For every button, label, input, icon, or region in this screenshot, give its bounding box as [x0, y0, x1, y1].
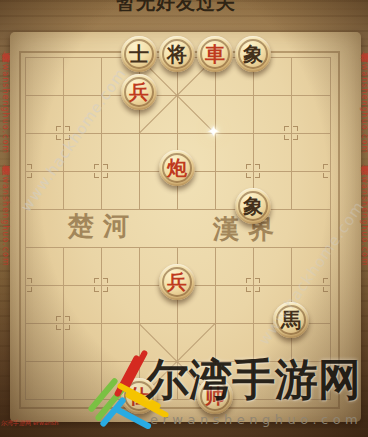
position-marker — [246, 278, 260, 292]
position-marker — [246, 164, 260, 178]
logo-stripe-blue — [114, 406, 152, 430]
piece-black-象[interactable]: 象 — [235, 36, 271, 72]
page-title: 暂无好友过关 — [0, 0, 352, 12]
position-marker — [323, 278, 337, 292]
sparkle-effect: ✦ — [207, 124, 220, 140]
position-marker — [284, 126, 298, 140]
position-marker — [94, 278, 108, 292]
grid-line — [25, 247, 331, 248]
position-marker — [18, 164, 32, 178]
game-screen: 暂无好友过关 楚河 漢界 士将車象兵炮象兵馬仕帅 ✦ www.hackhome.… — [0, 0, 368, 437]
watermark-site-domain: erwanshenghuo.com — [150, 412, 362, 427]
piece-red-兵[interactable]: 兵 — [159, 264, 195, 300]
watermark-corner: 尔湾手游网 erwanshenghuo.com 尔湾手游网 erwansheng… — [1, 419, 59, 426]
watermark-site-name: 尔湾手游网 — [146, 358, 368, 401]
piece-black-士[interactable]: 士 — [121, 36, 157, 72]
position-marker — [18, 278, 32, 292]
grid-line — [177, 57, 178, 209]
river-label-left: 楚河 — [68, 209, 138, 244]
position-marker — [56, 316, 70, 330]
piece-red-車[interactable]: 車 — [197, 36, 233, 72]
grid-line — [101, 57, 102, 209]
piece-black-象[interactable]: 象 — [235, 188, 271, 224]
position-marker — [323, 164, 337, 178]
position-marker — [94, 164, 108, 178]
piece-red-炮[interactable]: 炮 — [159, 150, 195, 186]
piece-black-将[interactable]: 将 — [159, 36, 195, 72]
grid-line — [25, 57, 26, 399]
watermark-edge-left: 尔湾手游网 erwanshenghuo.com 尔湾手游网 erwansheng… — [0, 45, 9, 420]
grid-line — [253, 57, 254, 209]
